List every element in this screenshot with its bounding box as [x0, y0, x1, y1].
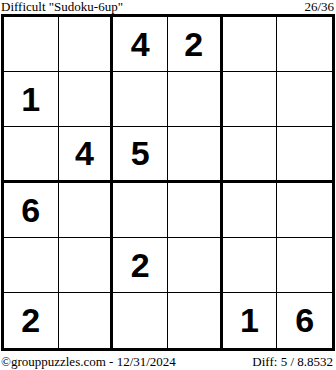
- cell-r1c4: 2: [168, 17, 223, 72]
- difficulty: Diff: 5 / 8.8532: [252, 354, 333, 370]
- sudoku-board: 4214562216: [1, 14, 335, 351]
- cell-r5c4: [168, 238, 223, 293]
- cell-r5c5: [223, 238, 278, 293]
- cell-r2c3: [113, 72, 168, 127]
- cell-r3c1: [4, 127, 59, 182]
- cell-r3c3: 5: [113, 127, 168, 182]
- puzzle-counter: 26/36: [304, 0, 334, 14]
- cell-r1c5: [223, 17, 278, 72]
- cell-r6c6: 6: [277, 293, 332, 348]
- cell-r1c3: 4: [113, 17, 168, 72]
- cell-r5c3: 2: [113, 238, 168, 293]
- cell-r3c5: [223, 127, 278, 182]
- cell-r1c6: [277, 17, 332, 72]
- cell-r6c4: [168, 293, 223, 348]
- cell-r6c5: 1: [223, 293, 278, 348]
- cell-r6c2: [59, 293, 114, 348]
- cell-r2c5: [223, 72, 278, 127]
- cell-r4c4: [168, 183, 223, 238]
- cell-r4c3: [113, 183, 168, 238]
- cell-r2c1: 1: [4, 72, 59, 127]
- cell-r2c4: [168, 72, 223, 127]
- puzzle-title: Difficult "Sudoku-6up": [1, 0, 123, 14]
- cell-r4c1: 6: [4, 183, 59, 238]
- cell-r6c3: [113, 293, 168, 348]
- copyright: ©grouppuzzles.com - 12/31/2024: [1, 354, 176, 370]
- cell-r2c2: [59, 72, 114, 127]
- cell-r3c2: 4: [59, 127, 114, 182]
- cell-r3c6: [277, 127, 332, 182]
- page-footer: ©grouppuzzles.com - 12/31/2024 Diff: 5 /…: [0, 351, 336, 370]
- cell-r1c1: [4, 17, 59, 72]
- cell-r3c4: [168, 127, 223, 182]
- cell-r4c5: [223, 183, 278, 238]
- cell-r5c6: [277, 238, 332, 293]
- page-header: Difficult "Sudoku-6up" 26/36: [0, 0, 336, 14]
- cell-r2c6: [277, 72, 332, 127]
- cell-r6c1: 2: [4, 293, 59, 348]
- cell-r5c2: [59, 238, 114, 293]
- cell-r4c6: [277, 183, 332, 238]
- cell-r5c1: [4, 238, 59, 293]
- cell-r1c2: [59, 17, 114, 72]
- cell-r4c2: [59, 183, 114, 238]
